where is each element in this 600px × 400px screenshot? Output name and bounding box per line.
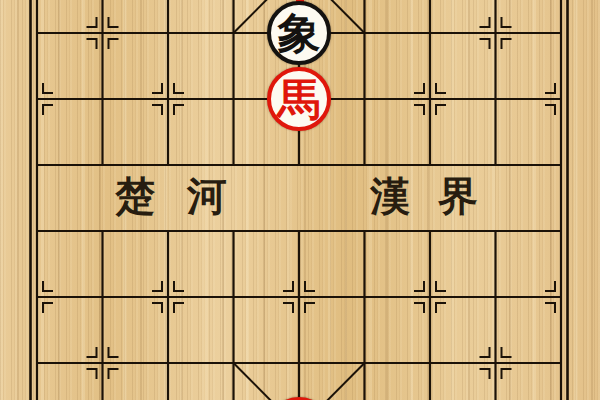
board-surface: 楚河漢界 象馬 xyxy=(0,0,600,400)
points-grid: 象馬 xyxy=(4,0,594,400)
piece-black-elephant[interactable]: 象 xyxy=(267,1,331,65)
xiangqi-board: 楚河漢界 象馬 xyxy=(0,0,600,400)
piece-red-horse[interactable]: 馬 xyxy=(267,67,331,131)
